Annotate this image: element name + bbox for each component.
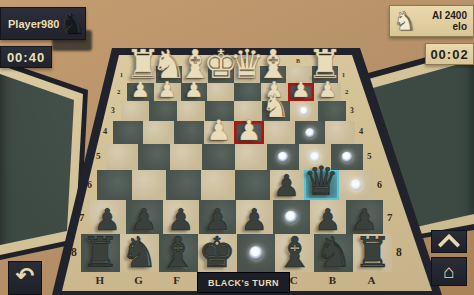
square-g4[interactable] bbox=[143, 121, 173, 144]
rank-label-3: 3 bbox=[111, 107, 115, 115]
move-hint-dot-c7[interactable] bbox=[285, 211, 298, 224]
chevron-up-icon bbox=[438, 233, 461, 256]
square-g6[interactable] bbox=[132, 170, 167, 200]
black-pawn-c6[interactable]: ♟ bbox=[273, 171, 300, 201]
black-player-panel: Player980 ♞ bbox=[0, 7, 86, 40]
white-player-panel: ♞ AI 2400 elo bbox=[389, 5, 474, 37]
white-pawn-f2[interactable]: ♟ bbox=[184, 79, 204, 101]
rank-label-2: 2 bbox=[117, 89, 120, 96]
rank-label-4: 4 bbox=[103, 128, 107, 136]
square-h3[interactable] bbox=[121, 101, 149, 121]
move-hint-dot-d8[interactable] bbox=[249, 246, 263, 260]
turn-indicator-banner: BLACK's TURN bbox=[197, 272, 290, 293]
white-player-name: AI 2400 elo bbox=[416, 10, 473, 32]
rank-label-8: 8 bbox=[71, 247, 77, 259]
rank-label-1: 1 bbox=[120, 72, 123, 78]
white-pawn-a2[interactable]: ♟ bbox=[318, 79, 338, 101]
move-hint-dot-b3[interactable] bbox=[299, 107, 308, 116]
square-g5[interactable] bbox=[138, 144, 170, 170]
black-rook-h8[interactable]: ♜ bbox=[82, 232, 120, 274]
square-g3[interactable] bbox=[149, 101, 177, 121]
black-rook-a8[interactable]: ♜ bbox=[354, 232, 392, 274]
square-f6[interactable] bbox=[166, 170, 201, 200]
black-bishop-f8[interactable]: ♝ bbox=[159, 232, 197, 274]
white-clock: 00:02 bbox=[425, 43, 474, 65]
rank-label-6: 6 bbox=[377, 180, 382, 190]
square-h5[interactable] bbox=[106, 144, 138, 170]
rank-row-4 bbox=[113, 121, 355, 144]
square-b4[interactable] bbox=[295, 121, 325, 144]
black-king-e8[interactable]: ♚ bbox=[198, 232, 236, 274]
white-knight-icon: ♞ bbox=[393, 8, 416, 34]
square-e5[interactable] bbox=[202, 144, 234, 170]
rank-label-8: 8 bbox=[396, 247, 402, 259]
file-label-C: C bbox=[290, 275, 298, 286]
square-a4[interactable] bbox=[325, 121, 355, 144]
white-pawn-b2[interactable]: ♟ bbox=[291, 79, 311, 101]
square-f3[interactable] bbox=[177, 101, 205, 121]
white-pawn-h2[interactable]: ♟ bbox=[131, 79, 151, 101]
home-button[interactable]: ⌂ bbox=[431, 257, 467, 286]
square-f4[interactable] bbox=[174, 121, 204, 144]
square-d6[interactable] bbox=[235, 170, 270, 200]
expand-button[interactable] bbox=[431, 230, 467, 253]
square-e6[interactable] bbox=[201, 170, 236, 200]
black-pawn-d7[interactable]: ♟ bbox=[241, 205, 268, 235]
rank-row-3 bbox=[121, 101, 346, 121]
rank-label-7: 7 bbox=[79, 212, 84, 223]
white-knight-c3[interactable]: ♞ bbox=[261, 90, 290, 122]
rank-label-6: 6 bbox=[87, 180, 92, 190]
square-c5[interactable] bbox=[267, 144, 299, 170]
home-icon: ⌂ bbox=[443, 261, 454, 283]
file-label-H: H bbox=[95, 275, 104, 286]
undo-icon: ↶ bbox=[16, 263, 34, 289]
square-b3[interactable] bbox=[290, 101, 318, 121]
rank-label-5: 5 bbox=[367, 152, 372, 161]
rank-label-2: 2 bbox=[345, 89, 348, 96]
square-a3[interactable] bbox=[318, 101, 346, 121]
rank-label-3: 3 bbox=[350, 107, 354, 115]
square-h6[interactable] bbox=[97, 170, 132, 200]
black-knight-icon: ♞ bbox=[59, 10, 84, 38]
black-knight-b8[interactable]: ♞ bbox=[315, 232, 353, 274]
file-label-G: G bbox=[134, 275, 143, 286]
file-label-F: F bbox=[173, 275, 180, 286]
file-label-top-B: B bbox=[296, 58, 300, 64]
black-player-name: Player980 bbox=[1, 18, 59, 30]
undo-button[interactable]: ↶ bbox=[8, 261, 42, 295]
file-label-B: B bbox=[329, 275, 336, 286]
move-hint-dot-a5[interactable] bbox=[341, 152, 352, 163]
white-pawn-e4[interactable]: ♟ bbox=[206, 117, 231, 145]
game-screen: 1122334455667788HHGGFFEEDDCCBBAA ♜♞♝♚♛♝♜… bbox=[0, 0, 474, 295]
square-h4[interactable] bbox=[113, 121, 143, 144]
move-hint-dot-c5[interactable] bbox=[277, 152, 288, 163]
white-pawn-d4[interactable]: ♟ bbox=[237, 117, 262, 145]
black-knight-g8[interactable]: ♞ bbox=[120, 232, 158, 274]
black-bishop-c8[interactable]: ♝ bbox=[276, 232, 314, 274]
rank-label-4: 4 bbox=[359, 128, 363, 136]
rank-label-7: 7 bbox=[387, 212, 392, 223]
rank-label-5: 5 bbox=[96, 152, 101, 161]
move-hint-dot-a6[interactable] bbox=[350, 179, 362, 191]
black-clock: 00:40 bbox=[0, 46, 52, 68]
file-label-A: A bbox=[368, 275, 376, 286]
move-hint-dot-b4[interactable] bbox=[305, 128, 315, 138]
square-d5[interactable] bbox=[235, 144, 267, 170]
square-f5[interactable] bbox=[170, 144, 202, 170]
square-a6[interactable] bbox=[339, 170, 374, 200]
black-queen-b6[interactable]: ♛ bbox=[303, 161, 339, 201]
square-d8[interactable] bbox=[237, 234, 276, 272]
white-pawn-g2[interactable]: ♟ bbox=[157, 79, 177, 101]
